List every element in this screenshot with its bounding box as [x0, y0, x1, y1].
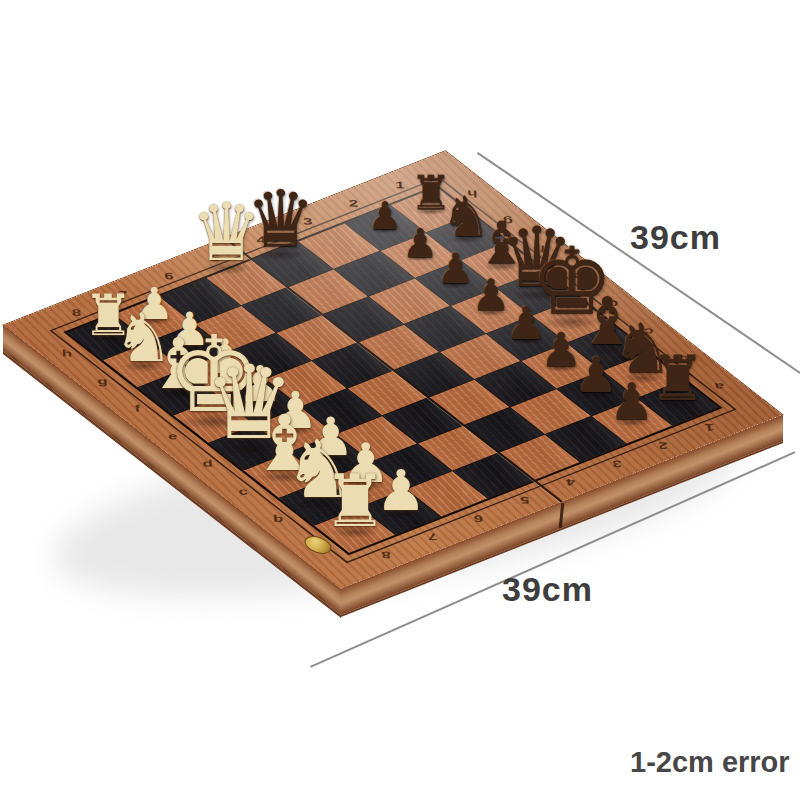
- rank-label-bottom-8: 8: [381, 550, 391, 560]
- width-dimension-label: 39cm: [630, 218, 721, 257]
- rank-label-top-3: 3: [302, 217, 312, 227]
- rank-label-top-7: 7: [118, 290, 128, 300]
- tolerance-note: 1-2cm error: [630, 746, 790, 779]
- rank-label-top-2: 2: [349, 199, 359, 209]
- file-label-left-f: f: [134, 404, 140, 414]
- rank-label-bottom-5: 5: [520, 495, 530, 505]
- rank-label-top-1: 1: [395, 180, 405, 190]
- rank-label-bottom-3: 3: [612, 459, 622, 469]
- file-label-left-b: b: [273, 514, 284, 524]
- rank-label-top-6: 6: [164, 271, 174, 281]
- rank-label-top-5: 5: [210, 253, 220, 263]
- file-label-right-g: g: [502, 216, 513, 226]
- file-label-right-c: c: [644, 327, 654, 337]
- rank-label-bottom-1: 1: [704, 423, 714, 433]
- rank-label-bottom-2: 2: [658, 441, 668, 451]
- file-label-right-h: h: [467, 189, 478, 199]
- rank-label-bottom-4: 4: [566, 477, 576, 487]
- rank-label-bottom-7: 7: [427, 532, 437, 542]
- rank-label-top-8: 8: [72, 308, 82, 318]
- rank-label-top-4: 4: [256, 235, 266, 245]
- chess-set-product-photo: 88hh77gg66ff55ee44dd33cc22bb11aa ♜♟♞♛♟♝♛…: [0, 0, 800, 800]
- file-label-right-a: a: [714, 382, 724, 392]
- file-label-right-f: f: [540, 244, 546, 254]
- file-label-left-e: e: [168, 431, 178, 441]
- file-label-left-d: d: [202, 459, 213, 469]
- file-label-left-h: h: [61, 349, 72, 359]
- file-label-right-e: e: [573, 271, 583, 281]
- file-label-left-c: c: [238, 486, 248, 496]
- file-label-right-d: d: [608, 299, 619, 309]
- rank-label-bottom-6: 6: [473, 513, 483, 523]
- file-label-right-b: b: [678, 354, 689, 364]
- depth-dimension-label: 39cm: [502, 570, 593, 609]
- file-label-left-g: g: [97, 376, 108, 386]
